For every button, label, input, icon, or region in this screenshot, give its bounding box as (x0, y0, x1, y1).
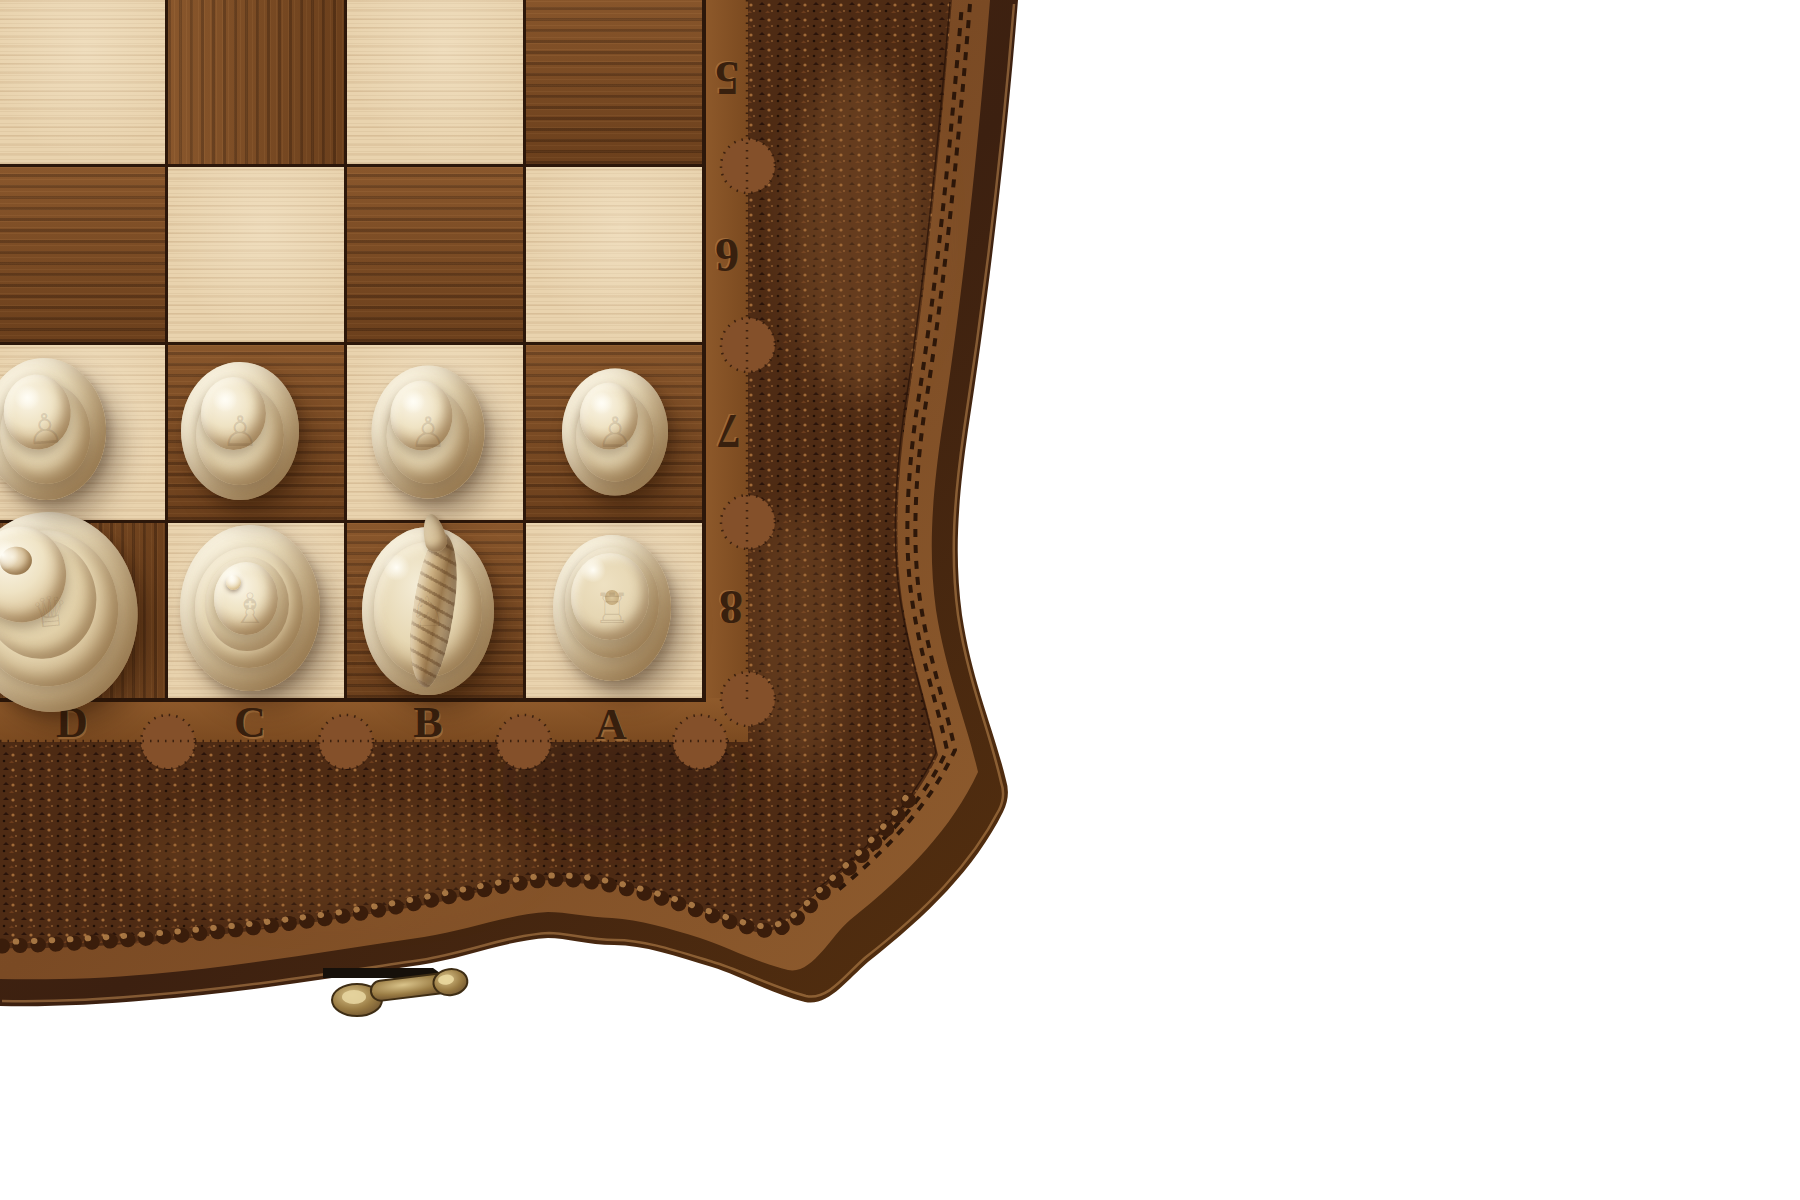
rank-label-5: 5 (715, 52, 739, 105)
specular-highlight (212, 387, 238, 412)
brass-clasp[interactable] (323, 967, 469, 1016)
square-c6[interactable] (168, 167, 344, 342)
file-label-b: B (413, 698, 442, 747)
file-label-a: A (595, 700, 627, 749)
square-a6[interactable] (526, 167, 702, 342)
piece-white-pawn-b7[interactable]: ♙ (372, 366, 485, 499)
photo-stage: 5 5 6 6 7 7 8 8 D D C C B B A A (0, 0, 1800, 1200)
specular-highlight (590, 391, 613, 414)
file-label-c: C (234, 698, 266, 747)
square-c5[interactable] (168, 0, 344, 164)
piece-white-pawn-d7[interactable]: ♙ (0, 354, 111, 504)
square-a5[interactable] (526, 0, 702, 164)
clasp-knob-highlight (342, 990, 366, 1004)
specular-highlight (579, 558, 607, 581)
piece-white-pawn-a7[interactable]: ♙ (562, 369, 668, 496)
piece-ball (391, 380, 453, 450)
square-b5[interactable] (347, 0, 523, 164)
piece-white-rook-a8[interactable]: ♖ (553, 535, 671, 681)
texture-sheen (790, 60, 930, 400)
rank-label-7: 7 (717, 405, 741, 458)
square-b6[interactable] (347, 167, 523, 342)
piece-center-dot (605, 590, 619, 605)
square-d6[interactable] (0, 167, 165, 342)
piece-white-bishop-c8[interactable]: ♗ (180, 525, 320, 691)
texture-sheen (745, 510, 855, 770)
piece-white-knight-b8[interactable]: ♘ (362, 527, 494, 695)
specular-highlight (401, 389, 426, 413)
piece-ball (201, 377, 266, 450)
specular-highlight (383, 554, 409, 581)
rank-label-8: 8 (719, 581, 743, 634)
piece-white-pawn-c7[interactable]: ♙ (181, 362, 299, 500)
rank-label-6: 6 (715, 229, 739, 282)
square-d5[interactable] (0, 0, 165, 164)
piece-white-queen-d8[interactable]: ♕ (0, 505, 146, 719)
